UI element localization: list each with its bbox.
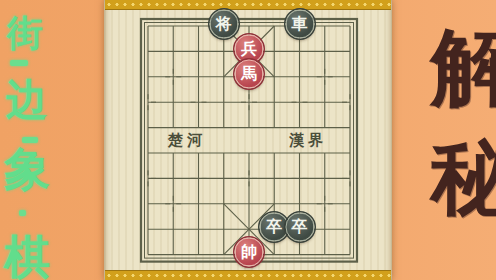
pieces-layer: 将車兵馬卒卒帥 xyxy=(0,0,496,280)
screenshot-root: { "game": "xiangqi", "position": { "fen"… xyxy=(0,0,496,280)
piece-black-chariot[interactable]: 車 xyxy=(285,9,314,38)
piece-black-soldier-2[interactable]: 卒 xyxy=(285,212,314,241)
piece-black-general[interactable]: 将 xyxy=(209,9,238,38)
right-caption: 解 秘 xyxy=(425,0,496,280)
right-caption-char-1: 解 xyxy=(431,26,496,110)
right-caption-char-2: 秘 xyxy=(431,136,496,220)
piece-red-horse[interactable]: 馬 xyxy=(235,60,264,89)
piece-red-general[interactable]: 帥 xyxy=(235,238,264,267)
